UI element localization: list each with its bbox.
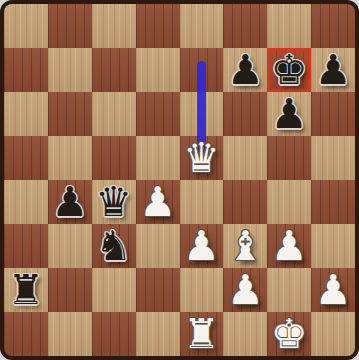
square-f6[interactable]: [223, 92, 267, 136]
square-g6[interactable]: ♟: [267, 92, 311, 136]
square-f3[interactable]: ♝: [223, 224, 267, 268]
square-d4[interactable]: ♟: [136, 180, 180, 224]
square-c6[interactable]: [92, 92, 136, 136]
square-d6[interactable]: [136, 92, 180, 136]
piece-white-pawn-d4[interactable]: ♟: [139, 182, 176, 223]
square-e2[interactable]: [180, 268, 224, 312]
square-f7[interactable]: ♟: [223, 48, 267, 92]
piece-black-king-g7[interactable]: ♚: [271, 50, 308, 91]
square-h2[interactable]: ♟: [311, 268, 355, 312]
square-e7[interactable]: [180, 48, 224, 92]
chess-board-frame: ♟♚♟♟♛♟♛♟♞♟♝♟♜♟♟♜♚: [0, 0, 359, 360]
square-b4[interactable]: ♟: [48, 180, 92, 224]
square-c2[interactable]: [92, 268, 136, 312]
square-c8[interactable]: [92, 4, 136, 48]
square-h7[interactable]: ♟: [311, 48, 355, 92]
square-e6[interactable]: [180, 92, 224, 136]
square-g2[interactable]: [267, 268, 311, 312]
square-b1[interactable]: [48, 312, 92, 356]
piece-white-queen-e5[interactable]: ♛: [183, 138, 220, 179]
square-e1[interactable]: ♜: [180, 312, 224, 356]
square-b3[interactable]: [48, 224, 92, 268]
piece-black-rook-a2[interactable]: ♜: [8, 270, 45, 311]
piece-white-bishop-f3[interactable]: ♝: [227, 226, 264, 267]
square-a5[interactable]: [4, 136, 48, 180]
square-a7[interactable]: [4, 48, 48, 92]
square-b7[interactable]: [48, 48, 92, 92]
square-d1[interactable]: [136, 312, 180, 356]
square-c7[interactable]: [92, 48, 136, 92]
square-a1[interactable]: [4, 312, 48, 356]
square-h4[interactable]: [311, 180, 355, 224]
square-h8[interactable]: [311, 4, 355, 48]
square-g3[interactable]: ♟: [267, 224, 311, 268]
square-c1[interactable]: [92, 312, 136, 356]
square-f1[interactable]: [223, 312, 267, 356]
square-h1[interactable]: [311, 312, 355, 356]
square-d5[interactable]: [136, 136, 180, 180]
square-h5[interactable]: [311, 136, 355, 180]
square-b5[interactable]: [48, 136, 92, 180]
piece-white-king-g1[interactable]: ♚: [271, 314, 308, 355]
square-a8[interactable]: [4, 4, 48, 48]
square-d8[interactable]: [136, 4, 180, 48]
piece-black-pawn-g6[interactable]: ♟: [271, 94, 308, 135]
square-g5[interactable]: [267, 136, 311, 180]
square-e5[interactable]: ♛: [180, 136, 224, 180]
square-b6[interactable]: [48, 92, 92, 136]
square-g8[interactable]: [267, 4, 311, 48]
square-f2[interactable]: ♟: [223, 268, 267, 312]
piece-white-pawn-e3[interactable]: ♟: [183, 226, 220, 267]
square-a2[interactable]: ♜: [4, 268, 48, 312]
piece-black-queen-c4[interactable]: ♛: [95, 182, 132, 223]
piece-black-pawn-b4[interactable]: ♟: [51, 182, 88, 223]
square-h3[interactable]: [311, 224, 355, 268]
square-c4[interactable]: ♛: [92, 180, 136, 224]
square-b8[interactable]: [48, 4, 92, 48]
square-d7[interactable]: [136, 48, 180, 92]
square-a6[interactable]: [4, 92, 48, 136]
square-g7-check-highlight[interactable]: ♚: [267, 48, 311, 92]
square-g4[interactable]: [267, 180, 311, 224]
square-f4[interactable]: [223, 180, 267, 224]
square-c3[interactable]: ♞: [92, 224, 136, 268]
square-a4[interactable]: [4, 180, 48, 224]
piece-white-pawn-h2[interactable]: ♟: [315, 270, 352, 311]
chess-board: ♟♚♟♟♛♟♛♟♞♟♝♟♜♟♟♜♚: [4, 4, 355, 356]
piece-white-rook-e1[interactable]: ♜: [183, 314, 220, 355]
piece-white-pawn-g3[interactable]: ♟: [271, 226, 308, 267]
piece-white-pawn-f2[interactable]: ♟: [227, 270, 264, 311]
square-e4[interactable]: [180, 180, 224, 224]
piece-black-pawn-h7[interactable]: ♟: [315, 50, 352, 91]
square-g1[interactable]: ♚: [267, 312, 311, 356]
square-h6[interactable]: [311, 92, 355, 136]
square-b2[interactable]: [48, 268, 92, 312]
piece-black-pawn-f7[interactable]: ♟: [227, 50, 264, 91]
square-a3[interactable]: [4, 224, 48, 268]
square-c5[interactable]: [92, 136, 136, 180]
square-f8[interactable]: [223, 4, 267, 48]
square-f5[interactable]: [223, 136, 267, 180]
piece-black-knight-c3[interactable]: ♞: [95, 226, 132, 267]
square-e8[interactable]: [180, 4, 224, 48]
square-d3[interactable]: [136, 224, 180, 268]
square-d2[interactable]: [136, 268, 180, 312]
square-e3[interactable]: ♟: [180, 224, 224, 268]
